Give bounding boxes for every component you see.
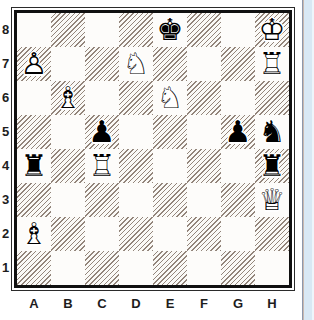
- white-knight: ♞♘: [119, 47, 153, 81]
- square-g1[interactable]: [221, 251, 255, 285]
- square-h4[interactable]: ♜: [255, 149, 289, 183]
- square-e2[interactable]: [153, 217, 187, 251]
- piece-outline: ♖: [255, 47, 289, 81]
- square-f8[interactable]: [187, 13, 221, 47]
- rank-label-5: 5: [0, 115, 11, 149]
- square-h6[interactable]: [255, 81, 289, 115]
- piece-outline: ♗: [51, 81, 85, 115]
- square-b7[interactable]: [51, 47, 85, 81]
- square-b1[interactable]: [51, 251, 85, 285]
- chess-board: ♚♚♔♟♙♞♘♜♖♝♗♞♘♟♟♞♜♜♖♜♛♕♝♗: [17, 13, 289, 285]
- square-e5[interactable]: [153, 115, 187, 149]
- square-f4[interactable]: [187, 149, 221, 183]
- square-d2[interactable]: [119, 217, 153, 251]
- rank-label-7: 7: [0, 47, 11, 81]
- square-d6[interactable]: [119, 81, 153, 115]
- square-c8[interactable]: [85, 13, 119, 47]
- square-a8[interactable]: [17, 13, 51, 47]
- piece-outline: ♘: [119, 47, 153, 81]
- piece-outline: ♖: [85, 149, 119, 183]
- white-knight: ♞♘: [153, 81, 187, 115]
- square-c2[interactable]: [85, 217, 119, 251]
- square-g8[interactable]: [221, 13, 255, 47]
- square-b3[interactable]: [51, 183, 85, 217]
- square-b5[interactable]: [51, 115, 85, 149]
- square-g6[interactable]: [221, 81, 255, 115]
- square-g7[interactable]: [221, 47, 255, 81]
- square-d1[interactable]: [119, 251, 153, 285]
- square-e1[interactable]: [153, 251, 187, 285]
- square-h1[interactable]: [255, 251, 289, 285]
- rank-label-1: 1: [0, 251, 11, 285]
- square-h8[interactable]: ♚♔: [255, 13, 289, 47]
- square-h2[interactable]: [255, 217, 289, 251]
- board-frame: ♚♚♔♟♙♞♘♜♖♝♗♞♘♟♟♞♜♜♖♜♛♕♝♗: [11, 7, 295, 291]
- file-label-B: B: [51, 293, 85, 315]
- square-g3[interactable]: [221, 183, 255, 217]
- square-g4[interactable]: [221, 149, 255, 183]
- square-a4[interactable]: ♜: [17, 149, 51, 183]
- square-c7[interactable]: [85, 47, 119, 81]
- rank-label-2: 2: [0, 217, 11, 251]
- rank-labels: 87654321: [0, 13, 11, 285]
- square-c3[interactable]: [85, 183, 119, 217]
- piece-outline: ♗: [17, 217, 51, 251]
- white-rook: ♜♖: [255, 47, 289, 81]
- piece-outline: ♙: [17, 47, 51, 81]
- black-pawn: ♟: [221, 115, 255, 149]
- file-label-G: G: [221, 293, 255, 315]
- square-a5[interactable]: [17, 115, 51, 149]
- rank-label-8: 8: [0, 13, 11, 47]
- black-knight: ♞: [255, 115, 289, 149]
- file-label-E: E: [153, 293, 187, 315]
- white-pawn: ♟♙: [17, 47, 51, 81]
- square-b2[interactable]: [51, 217, 85, 251]
- file-label-F: F: [187, 293, 221, 315]
- square-f7[interactable]: [187, 47, 221, 81]
- rank-label-6: 6: [0, 81, 11, 115]
- piece-outline: ♘: [153, 81, 187, 115]
- square-h5[interactable]: ♞: [255, 115, 289, 149]
- square-h7[interactable]: ♜♖: [255, 47, 289, 81]
- square-c5[interactable]: ♟: [85, 115, 119, 149]
- page-edge-strip: [301, 0, 314, 320]
- square-b4[interactable]: [51, 149, 85, 183]
- piece-outline: ♕: [255, 183, 289, 217]
- square-f3[interactable]: [187, 183, 221, 217]
- black-pawn: ♟: [85, 115, 119, 149]
- rank-label-4: 4: [0, 149, 11, 183]
- square-a7[interactable]: ♟♙: [17, 47, 51, 81]
- white-bishop: ♝♗: [17, 217, 51, 251]
- square-c6[interactable]: [85, 81, 119, 115]
- square-e8[interactable]: ♚: [153, 13, 187, 47]
- square-d5[interactable]: [119, 115, 153, 149]
- square-d7[interactable]: ♞♘: [119, 47, 153, 81]
- white-queen: ♛♕: [255, 183, 289, 217]
- square-d8[interactable]: [119, 13, 153, 47]
- file-label-D: D: [119, 293, 153, 315]
- square-e4[interactable]: [153, 149, 187, 183]
- square-c1[interactable]: [85, 251, 119, 285]
- square-g2[interactable]: [221, 217, 255, 251]
- file-label-C: C: [85, 293, 119, 315]
- square-f6[interactable]: [187, 81, 221, 115]
- square-c4[interactable]: ♜♖: [85, 149, 119, 183]
- square-a3[interactable]: [17, 183, 51, 217]
- board-inner-border: ♚♚♔♟♙♞♘♜♖♝♗♞♘♟♟♞♜♜♖♜♛♕♝♗: [14, 10, 292, 288]
- square-a6[interactable]: [17, 81, 51, 115]
- square-e3[interactable]: [153, 183, 187, 217]
- chess-diagram-page: 87654321 ♚♚♔♟♙♞♘♜♖♝♗♞♘♟♟♞♜♜♖♜♛♕♝♗ ABCDEF…: [0, 0, 314, 320]
- file-label-A: A: [17, 293, 51, 315]
- black-king: ♚: [153, 13, 187, 47]
- square-b8[interactable]: [51, 13, 85, 47]
- white-rook: ♜♖: [85, 149, 119, 183]
- square-f5[interactable]: [187, 115, 221, 149]
- piece-outline: ♔: [255, 13, 289, 47]
- square-d3[interactable]: [119, 183, 153, 217]
- white-bishop: ♝♗: [51, 81, 85, 115]
- square-e6[interactable]: ♞♘: [153, 81, 187, 115]
- white-king: ♚♔: [255, 13, 289, 47]
- black-rook: ♜: [255, 149, 289, 183]
- square-g5[interactable]: ♟: [221, 115, 255, 149]
- rank-label-3: 3: [0, 183, 11, 217]
- square-d4[interactable]: [119, 149, 153, 183]
- file-label-H: H: [255, 293, 289, 315]
- square-e7[interactable]: [153, 47, 187, 81]
- square-f1[interactable]: [187, 251, 221, 285]
- file-labels: ABCDEFGH: [17, 293, 289, 315]
- square-a2[interactable]: ♝♗: [17, 217, 51, 251]
- square-f2[interactable]: [187, 217, 221, 251]
- black-rook: ♜: [17, 149, 51, 183]
- square-h3[interactable]: ♛♕: [255, 183, 289, 217]
- square-a1[interactable]: [17, 251, 51, 285]
- square-b6[interactable]: ♝♗: [51, 81, 85, 115]
